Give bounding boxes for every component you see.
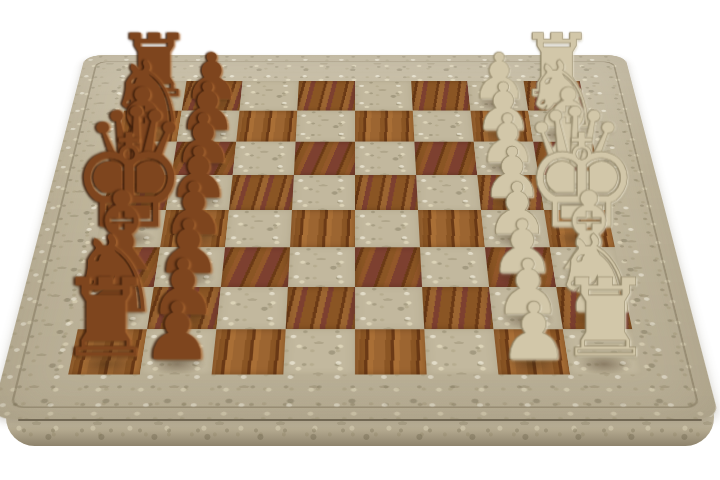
square-e6[interactable]	[225, 210, 292, 247]
square-e4[interactable]	[355, 210, 420, 247]
square-a3[interactable]	[411, 81, 470, 111]
board-edge-groove	[18, 419, 702, 421]
square-f3[interactable]	[420, 247, 489, 287]
square-a4[interactable]	[355, 81, 413, 111]
square-a6[interactable]	[240, 81, 299, 111]
square-e3[interactable]	[418, 210, 485, 247]
piece-brown-rook[interactable]: ♜	[57, 269, 153, 368]
square-f5[interactable]	[288, 247, 355, 287]
square-d4[interactable]	[355, 175, 418, 210]
square-e5[interactable]	[290, 210, 355, 247]
square-c6[interactable]	[233, 142, 296, 175]
chess-board: ♜♟♟♜♞♟♟♞♝♟♟♝♛♟♟♛♚♟♟♚♝♟♟♝♞♟♟♞♜♟♟♜	[0, 55, 719, 419]
square-d5[interactable]	[292, 175, 355, 210]
square-c3[interactable]	[414, 142, 477, 175]
piece-brown-pawn[interactable]: ♟	[141, 295, 212, 368]
square-g3[interactable]	[422, 287, 494, 329]
square-d3[interactable]	[416, 175, 481, 210]
square-h8[interactable]: ♜	[68, 329, 147, 374]
square-g6[interactable]	[216, 287, 288, 329]
square-f4[interactable]	[355, 247, 422, 287]
piece-cream-rook[interactable]: ♜	[557, 269, 653, 368]
square-c4[interactable]	[355, 142, 416, 175]
square-f6[interactable]	[221, 247, 290, 287]
board-stone-border: ♜♟♟♜♞♟♟♞♝♟♟♝♛♟♟♛♚♟♟♚♝♟♟♝♞♟♟♞♜♟♟♜	[0, 55, 719, 419]
product-photo: ♜♟♟♜♞♟♟♞♝♟♟♝♛♟♟♛♚♟♟♚♝♟♟♝♞♟♟♞♜♟♟♜	[0, 0, 720, 480]
square-a5[interactable]	[297, 81, 355, 111]
board-squares-grid: ♜♟♟♜♞♟♟♞♝♟♟♝♛♟♟♛♚♟♟♚♝♟♟♝♞♟♟♞♜♟♟♜	[68, 81, 642, 374]
square-c5[interactable]	[294, 142, 355, 175]
square-g4[interactable]	[355, 287, 424, 329]
square-g5[interactable]	[286, 287, 355, 329]
square-h7[interactable]: ♟	[140, 329, 216, 374]
square-h1[interactable]: ♜	[563, 329, 642, 374]
square-d6[interactable]	[229, 175, 294, 210]
